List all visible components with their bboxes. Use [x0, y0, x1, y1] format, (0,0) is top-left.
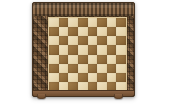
square-e7	[88, 27, 98, 36]
square-b2	[59, 73, 69, 82]
square-g7	[107, 27, 117, 36]
square-g5	[107, 45, 117, 54]
square-f3	[97, 64, 107, 73]
square-a4	[49, 55, 59, 64]
square-h2	[116, 73, 126, 82]
square-f7	[97, 27, 107, 36]
square-f2	[97, 73, 107, 82]
square-h5	[116, 45, 126, 54]
square-d5	[78, 45, 88, 54]
square-b6	[59, 36, 69, 45]
photo-background	[0, 0, 175, 105]
square-c7	[68, 27, 78, 36]
square-g2	[107, 73, 117, 82]
square-a7	[49, 27, 59, 36]
square-g8	[107, 18, 117, 27]
square-b5	[59, 45, 69, 54]
square-c2	[68, 73, 78, 82]
square-c3	[68, 64, 78, 73]
square-e3	[88, 64, 98, 73]
square-f8	[97, 18, 107, 27]
square-c5	[68, 45, 78, 54]
board-foot-right	[114, 94, 123, 99]
square-f6	[97, 36, 107, 45]
square-d2	[78, 73, 88, 82]
square-g4	[107, 55, 117, 64]
square-h6	[116, 36, 126, 45]
square-e4	[88, 55, 98, 64]
square-c6	[68, 36, 78, 45]
square-d4	[78, 55, 88, 64]
square-h8	[116, 18, 126, 27]
square-a6	[49, 36, 59, 45]
square-c8	[68, 18, 78, 27]
board-foot-left	[37, 94, 46, 99]
square-a3	[49, 64, 59, 73]
square-a5	[49, 45, 59, 54]
square-d8	[78, 18, 88, 27]
square-d3	[78, 64, 88, 73]
square-b4	[59, 55, 69, 64]
board-playing-area	[48, 17, 127, 92]
square-h3	[116, 64, 126, 73]
board-grid	[49, 18, 126, 91]
square-a2	[49, 73, 59, 82]
square-h4	[116, 55, 126, 64]
square-b3	[59, 64, 69, 73]
square-c4	[68, 55, 78, 64]
square-b8	[59, 18, 69, 27]
chess-board	[32, 2, 135, 97]
square-d7	[78, 27, 88, 36]
square-g3	[107, 64, 117, 73]
square-h7	[116, 27, 126, 36]
square-e5	[88, 45, 98, 54]
square-b7	[59, 27, 69, 36]
board-frame-top-carving	[33, 3, 134, 16]
square-f5	[97, 45, 107, 54]
square-e6	[88, 36, 98, 45]
square-d6	[78, 36, 88, 45]
square-g6	[107, 36, 117, 45]
square-e2	[88, 73, 98, 82]
square-f4	[97, 55, 107, 64]
square-a8	[49, 18, 59, 27]
square-e8	[88, 18, 98, 27]
